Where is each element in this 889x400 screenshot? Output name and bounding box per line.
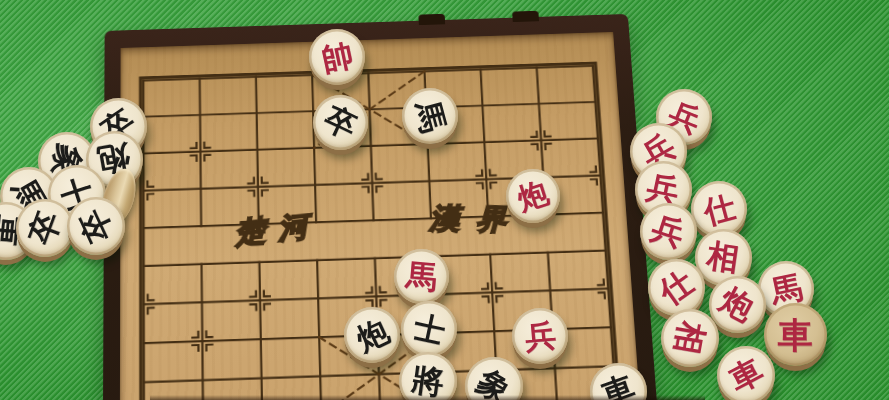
piece-character: 帥 <box>319 39 356 76</box>
piece-character: 炮 <box>715 282 758 325</box>
piece-black-卒[interactable]: 卒 <box>313 95 368 150</box>
piece-character: 仕 <box>700 190 738 228</box>
piece-character: 相 <box>671 319 708 356</box>
piece-character: 相 <box>705 239 741 275</box>
piece-red-炮[interactable]: 炮 <box>709 276 766 333</box>
piece-red-車[interactable]: 車 <box>717 346 775 400</box>
pieces-layer: 帥卒馬炮馬炮士兵將象車卒象炮馬士車卒卒兵兵兵仕兵相仕馬炮車相車 <box>0 0 889 400</box>
piece-red-炮[interactable]: 炮 <box>506 169 560 223</box>
piece-character: 炮 <box>351 314 392 355</box>
piece-character: 兵 <box>648 211 688 251</box>
piece-black-象[interactable]: 象 <box>465 357 523 400</box>
piece-red-相[interactable]: 相 <box>661 309 719 367</box>
piece-black-炮[interactable]: 炮 <box>344 307 400 363</box>
piece-character: 卒 <box>75 205 118 248</box>
piece-character: 士 <box>411 311 448 348</box>
piece-black-士[interactable]: 士 <box>401 301 457 357</box>
piece-black-卒[interactable]: 卒 <box>16 199 74 257</box>
piece-character: 車 <box>724 353 767 396</box>
piece-black-馬[interactable]: 馬 <box>402 88 458 144</box>
piece-character: 車 <box>778 317 813 352</box>
piece-character: 兵 <box>644 170 682 208</box>
piece-character: 馬 <box>768 271 805 308</box>
piece-red-馬[interactable]: 馬 <box>394 249 449 304</box>
board-bottom-shadow <box>150 395 705 400</box>
piece-red-帥[interactable]: 帥 <box>309 29 365 85</box>
piece-character: 馬 <box>411 97 449 135</box>
piece-black-將[interactable]: 將 <box>399 352 457 400</box>
piece-character: 仕 <box>654 265 699 310</box>
piece-character: 卒 <box>24 207 65 248</box>
piece-character: 卒 <box>319 101 360 142</box>
piece-character: 將 <box>410 363 446 399</box>
piece-character: 馬 <box>404 259 438 293</box>
piece-character: 兵 <box>523 319 557 353</box>
piece-red-仕[interactable]: 仕 <box>648 259 705 316</box>
piece-red-兵[interactable]: 兵 <box>512 308 568 364</box>
piece-red-兵[interactable]: 兵 <box>640 203 697 260</box>
piece-black-卒[interactable]: 卒 <box>67 197 125 255</box>
piece-character: 炮 <box>514 177 552 215</box>
piece-red-車[interactable]: 車 <box>764 303 827 366</box>
